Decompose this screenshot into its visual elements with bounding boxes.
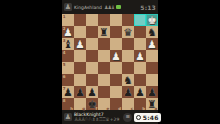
bottom-player-bar: ♟ BlackKnight7 ♙♙♙♘♘♗♗♖♖♕ +29 ≡ 5:46 xyxy=(62,110,158,124)
board-square[interactable] xyxy=(110,14,122,26)
chess-board[interactable]: 1♚2♟♜♛♞3♝♟♟4♟♟56♞7♟♟♟♟♟♟8hgf♚edcba♜ xyxy=(62,14,158,110)
board-square[interactable]: ♟ xyxy=(122,86,134,98)
rank-label: 2 xyxy=(63,26,66,31)
board-square[interactable] xyxy=(74,26,86,38)
board-square[interactable]: ♟ xyxy=(86,86,98,98)
board-square[interactable]: ♛ xyxy=(122,26,134,38)
file-label: b xyxy=(142,106,145,111)
file-label: e xyxy=(106,106,109,111)
board-square[interactable]: ♟ xyxy=(146,38,158,50)
board-square[interactable] xyxy=(146,62,158,74)
board-square[interactable] xyxy=(146,50,158,62)
board-square[interactable] xyxy=(98,74,110,86)
rank-label: 6 xyxy=(63,74,66,79)
white-pawn-piece[interactable]: ♟ xyxy=(134,50,146,62)
board-square[interactable] xyxy=(86,50,98,62)
board-square[interactable] xyxy=(98,50,110,62)
black-knight-piece[interactable]: ♞ xyxy=(122,74,134,86)
rank-label: 1 xyxy=(63,14,66,19)
rank-label: 8 xyxy=(63,98,66,103)
clock-icon xyxy=(136,115,141,120)
black-pawn-piece[interactable]: ♟ xyxy=(74,86,86,98)
board-square[interactable]: e xyxy=(98,98,110,110)
board-square[interactable]: f♚ xyxy=(86,98,98,110)
board-square[interactable]: d xyxy=(110,98,122,110)
board-square[interactable] xyxy=(98,14,110,26)
board-square[interactable] xyxy=(134,38,146,50)
board-square[interactable] xyxy=(110,86,122,98)
menu-icon: ≡ xyxy=(126,114,131,120)
bottom-player-clock-time: 5:46 xyxy=(143,114,159,121)
top-player-name[interactable]: KingAshland xyxy=(74,5,102,10)
board-square[interactable]: a♜ xyxy=(146,98,158,110)
board-square[interactable] xyxy=(122,50,134,62)
file-label: a xyxy=(155,106,158,111)
board-square[interactable]: c xyxy=(122,98,134,110)
black-pawn-piece[interactable]: ♟ xyxy=(146,86,158,98)
white-pawn-piece[interactable]: ♟ xyxy=(74,38,86,50)
board-square[interactable]: 1 xyxy=(62,14,74,26)
board-square[interactable] xyxy=(122,62,134,74)
file-label: d xyxy=(118,106,121,111)
board-square[interactable] xyxy=(74,14,86,26)
board-square[interactable] xyxy=(74,62,86,74)
board-square[interactable] xyxy=(134,14,146,26)
board-square[interactable] xyxy=(86,14,98,26)
country-flag-icon xyxy=(116,5,121,10)
board-square[interactable] xyxy=(110,26,122,38)
board-square[interactable] xyxy=(122,38,134,50)
rank-label: 4 xyxy=(63,50,66,55)
top-player-bar: ♟ KingAshland ♟♟♝ 5:13 xyxy=(62,0,158,14)
board-square[interactable]: ♚ xyxy=(146,14,158,26)
game-menu-button[interactable]: ≡ xyxy=(123,113,132,122)
top-player-captured-pieces: ♟♟♝ xyxy=(104,5,114,10)
board-square[interactable]: 5 xyxy=(62,62,74,74)
board-square[interactable] xyxy=(74,50,86,62)
rank-label: 5 xyxy=(63,62,66,67)
bottom-player-avatar[interactable]: ♟ xyxy=(64,113,72,121)
top-player-avatar[interactable]: ♟ xyxy=(64,3,72,11)
board-square[interactable] xyxy=(98,86,110,98)
game-panel: ♟ KingAshland ♟♟♝ 5:13 1♚2♟♜♛♞3♝♟♟4♟♟56♞… xyxy=(62,0,158,124)
board-square[interactable]: ♟ xyxy=(110,50,122,62)
black-pawn-piece[interactable]: ♟ xyxy=(122,86,134,98)
board-square[interactable]: 6 xyxy=(62,74,74,86)
white-pawn-piece[interactable]: ♟ xyxy=(146,38,158,50)
bottom-player-captured-pieces: ♙♙♙♘♘♗♗♖♖♕ xyxy=(74,117,109,122)
black-pawn-piece[interactable]: ♟ xyxy=(134,86,146,98)
file-label: h xyxy=(70,106,73,111)
board-square[interactable] xyxy=(110,74,122,86)
bottom-player-clock: 5:46 xyxy=(134,113,160,122)
board-square[interactable] xyxy=(134,26,146,38)
board-square[interactable]: 4 xyxy=(62,50,74,62)
board-square[interactable]: g xyxy=(74,98,86,110)
app-window: ♟ KingAshland ♟♟♝ 5:13 1♚2♟♜♛♞3♝♟♟4♟♟56♞… xyxy=(0,0,220,124)
board-square[interactable]: ♞ xyxy=(122,74,134,86)
board-square[interactable] xyxy=(86,38,98,50)
board-square[interactable]: 3♝ xyxy=(62,38,74,50)
board-square[interactable]: 8h xyxy=(62,98,74,110)
black-knight-piece[interactable]: ♞ xyxy=(146,26,158,38)
black-pawn-piece[interactable]: ♟ xyxy=(86,86,98,98)
board-square[interactable] xyxy=(98,38,110,50)
file-label: f xyxy=(95,106,97,111)
board-square[interactable] xyxy=(122,14,134,26)
board-square[interactable]: ♟ xyxy=(74,86,86,98)
board-square[interactable] xyxy=(146,74,158,86)
board-square[interactable] xyxy=(110,62,122,74)
board-square[interactable]: ♟ xyxy=(74,38,86,50)
board-square[interactable]: b xyxy=(134,98,146,110)
white-king-piece[interactable]: ♚ xyxy=(146,14,158,26)
file-label: c xyxy=(131,106,133,111)
black-rook-piece[interactable]: ♜ xyxy=(98,26,110,38)
board-square[interactable]: 2♟ xyxy=(62,26,74,38)
board-square[interactable]: ♟ xyxy=(134,50,146,62)
board-square[interactable] xyxy=(86,62,98,74)
board-square[interactable] xyxy=(110,38,122,50)
board-square[interactable] xyxy=(134,62,146,74)
board-square[interactable] xyxy=(86,74,98,86)
black-queen-piece[interactable]: ♛ xyxy=(122,26,134,38)
board-square[interactable]: ♜ xyxy=(98,26,110,38)
board-square[interactable] xyxy=(98,62,110,74)
material-advantage: +29 xyxy=(110,117,120,122)
board-square[interactable] xyxy=(134,74,146,86)
rank-label: 7 xyxy=(63,86,66,91)
white-pawn-piece[interactable]: ♟ xyxy=(110,50,122,62)
top-player-clock: 5:13 xyxy=(140,4,156,11)
board-square[interactable]: 7♟ xyxy=(62,86,74,98)
board-square[interactable] xyxy=(86,26,98,38)
file-label: g xyxy=(82,106,85,111)
board-square[interactable] xyxy=(74,74,86,86)
board-square[interactable]: ♟ xyxy=(134,86,146,98)
rank-label: 3 xyxy=(63,38,66,43)
board-square[interactable]: ♟ xyxy=(146,86,158,98)
board-square[interactable]: ♞ xyxy=(146,26,158,38)
